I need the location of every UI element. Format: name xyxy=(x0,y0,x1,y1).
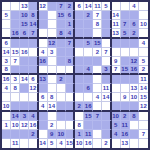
cell-r15c2[interactable] xyxy=(11,130,20,139)
cell-r9c12[interactable] xyxy=(102,75,111,84)
cell-r6c14[interactable] xyxy=(121,48,130,57)
cell-r1c16[interactable] xyxy=(139,2,148,11)
cell-r3c10[interactable] xyxy=(84,20,93,29)
cell-r16c16[interactable] xyxy=(139,139,148,148)
cell-r2c15[interactable] xyxy=(130,11,139,20)
cell-r5c5[interactable] xyxy=(39,39,48,48)
cell-r3c5[interactable] xyxy=(39,20,48,29)
cell-r15c11[interactable] xyxy=(93,130,102,139)
cell-r14c1[interactable]: 1 xyxy=(2,121,11,130)
cell-r1c14[interactable] xyxy=(121,2,130,11)
cell-r13c7[interactable] xyxy=(57,112,66,121)
cell-r5c12[interactable] xyxy=(102,39,111,48)
cell-r16c9[interactable]: 10 xyxy=(75,139,84,148)
cell-r7c16[interactable]: 5 xyxy=(139,57,148,66)
cell-r2c12[interactable] xyxy=(102,11,111,20)
cell-r9c8[interactable] xyxy=(66,75,75,84)
cell-r5c10[interactable]: 5 xyxy=(84,39,93,48)
cell-r6c4[interactable] xyxy=(29,48,38,57)
cell-r16c11[interactable] xyxy=(93,139,102,148)
cell-r12c15[interactable] xyxy=(130,102,139,111)
cell-r16c5[interactable]: 14 xyxy=(39,139,48,148)
cell-r9c2[interactable]: 3 xyxy=(11,75,20,84)
cell-r2c9[interactable] xyxy=(75,11,84,20)
cell-r4c1[interactable] xyxy=(2,29,11,38)
cell-r15c9[interactable]: 1 xyxy=(75,130,84,139)
cell-r1c3[interactable]: 13 xyxy=(20,2,29,11)
cell-r14c6[interactable]: 2 xyxy=(48,121,57,130)
cell-r6c8[interactable] xyxy=(66,48,75,57)
cell-r15c12[interactable] xyxy=(102,130,111,139)
cell-r4c2[interactable]: 16 xyxy=(11,29,20,38)
cell-r4c6[interactable] xyxy=(48,29,57,38)
cell-r13c15[interactable]: 8 xyxy=(130,112,139,121)
cell-r15c14[interactable]: 16 xyxy=(121,130,130,139)
cell-r11c8[interactable] xyxy=(66,93,75,102)
cell-r1c15[interactable]: 4 xyxy=(130,2,139,11)
cell-r8c6[interactable] xyxy=(48,66,57,75)
cell-r14c8[interactable] xyxy=(66,121,75,130)
cell-r1c8[interactable]: 2 xyxy=(66,2,75,11)
cell-r12c8[interactable] xyxy=(66,102,75,111)
cell-r16c3[interactable] xyxy=(20,139,29,148)
cell-r7c14[interactable] xyxy=(121,57,130,66)
cell-r3c8[interactable]: 1 xyxy=(66,20,75,29)
cell-r16c7[interactable]: 4 xyxy=(57,139,66,148)
cell-r11c2[interactable] xyxy=(11,93,20,102)
cell-r10c14[interactable] xyxy=(121,84,130,93)
cell-r2c4[interactable]: 8 xyxy=(29,11,38,20)
cell-r15c3[interactable] xyxy=(20,130,29,139)
cell-r12c11[interactable] xyxy=(93,102,102,111)
cell-r15c7[interactable]: 10 xyxy=(57,130,66,139)
cell-r15c13[interactable]: 4 xyxy=(112,130,121,139)
cell-r9c14[interactable] xyxy=(121,75,130,84)
cell-r11c10[interactable] xyxy=(84,93,93,102)
cell-r13c9[interactable] xyxy=(75,112,84,121)
cell-r10c8[interactable] xyxy=(66,84,75,93)
cell-r9c9[interactable] xyxy=(75,75,84,84)
cell-r16c15[interactable] xyxy=(130,139,139,148)
cell-r13c2[interactable]: 14 xyxy=(11,112,20,121)
cell-r10c9[interactable] xyxy=(75,84,84,93)
cell-r3c13[interactable]: 11 xyxy=(112,20,121,29)
cell-r10c12[interactable]: 11 xyxy=(102,84,111,93)
cell-r15c6[interactable]: 9 xyxy=(48,130,57,139)
cell-r2c3[interactable]: 10 xyxy=(20,11,29,20)
cell-r1c1[interactable] xyxy=(2,2,11,11)
cell-r10c11[interactable] xyxy=(93,84,102,93)
cell-r7c15[interactable]: 12 xyxy=(130,57,139,66)
cell-r13c4[interactable]: 4 xyxy=(29,112,38,121)
cell-r10c6[interactable] xyxy=(48,84,57,93)
cell-r11c12[interactable]: 14 xyxy=(102,93,111,102)
cell-r14c5[interactable] xyxy=(39,121,48,130)
cell-r6c9[interactable] xyxy=(75,48,84,57)
cell-r7c13[interactable]: 9 xyxy=(112,57,121,66)
cell-r11c15[interactable]: 10 xyxy=(130,93,139,102)
cell-r4c3[interactable]: 6 xyxy=(20,29,29,38)
cell-r10c7[interactable] xyxy=(57,84,66,93)
cell-r3c4[interactable]: 14 xyxy=(29,20,38,29)
cell-r9c16[interactable]: 11 xyxy=(139,75,148,84)
cell-r8c9[interactable] xyxy=(75,66,84,75)
cell-r15c1[interactable] xyxy=(2,130,11,139)
cell-r5c16[interactable]: 4 xyxy=(139,39,148,48)
cell-r13c5[interactable] xyxy=(39,112,48,121)
cell-r4c10[interactable] xyxy=(84,29,93,38)
cell-r9c11[interactable] xyxy=(93,75,102,84)
cell-r8c4[interactable] xyxy=(29,66,38,75)
cell-r11c11[interactable]: 4 xyxy=(93,93,102,102)
cell-r1c10[interactable]: 14 xyxy=(84,2,93,11)
cell-r13c6[interactable] xyxy=(48,112,57,121)
cell-r5c14[interactable] xyxy=(121,39,130,48)
cell-r8c11[interactable] xyxy=(93,66,102,75)
cell-r6c2[interactable]: 15 xyxy=(11,48,20,57)
cell-r7c3[interactable] xyxy=(20,57,29,66)
cell-r16c13[interactable] xyxy=(112,139,121,148)
cell-r2c2[interactable] xyxy=(11,11,20,20)
cell-r8c2[interactable] xyxy=(11,66,20,75)
cell-r8c16[interactable]: 2 xyxy=(139,66,148,75)
cell-r7c4[interactable] xyxy=(29,57,38,66)
cell-r4c8[interactable]: 4 xyxy=(66,29,75,38)
cell-r4c14[interactable]: 5 xyxy=(121,29,130,38)
cell-r1c12[interactable]: 5 xyxy=(102,2,111,11)
cell-r10c13[interactable] xyxy=(112,84,121,93)
cell-r9c15[interactable] xyxy=(130,75,139,84)
cell-r9c1[interactable]: 16 xyxy=(2,75,11,84)
cell-r7c11[interactable] xyxy=(93,57,102,66)
cell-r8c14[interactable]: 15 xyxy=(121,66,130,75)
cell-r11c7[interactable] xyxy=(57,93,66,102)
cell-r11c4[interactable] xyxy=(29,93,38,102)
cell-r4c15[interactable]: 2 xyxy=(130,29,139,38)
cell-r8c3[interactable] xyxy=(20,66,29,75)
cell-r13c14[interactable]: 2 xyxy=(121,112,130,121)
cell-r2c1[interactable]: 5 xyxy=(2,11,11,20)
cell-r16c14[interactable]: 13 xyxy=(121,139,130,148)
cell-r12c7[interactable] xyxy=(57,102,66,111)
cell-r9c3[interactable]: 14 xyxy=(20,75,29,84)
cell-r2c14[interactable] xyxy=(121,11,130,20)
cell-r15c16[interactable]: 7 xyxy=(139,130,148,139)
cell-r15c4[interactable]: 2 xyxy=(29,130,38,139)
cell-r5c13[interactable] xyxy=(112,39,121,48)
cell-r11c14[interactable]: 9 xyxy=(121,93,130,102)
cell-r16c1[interactable] xyxy=(2,139,11,148)
cell-r6c5[interactable]: 4 xyxy=(39,48,48,57)
cell-r1c7[interactable]: 7 xyxy=(57,2,66,11)
cell-r6c7[interactable] xyxy=(57,48,66,57)
cell-r6c1[interactable]: 14 xyxy=(2,48,11,57)
cell-r10c4[interactable]: 12 xyxy=(29,84,38,93)
cell-r9c7[interactable]: 2 xyxy=(57,75,66,84)
cell-r7c12[interactable] xyxy=(102,57,111,66)
cell-r15c8[interactable] xyxy=(66,130,75,139)
cell-r16c10[interactable]: 16 xyxy=(84,139,93,148)
cell-r14c7[interactable] xyxy=(57,121,66,130)
cell-r13c8[interactable] xyxy=(66,112,75,121)
cell-r2c7[interactable]: 15 xyxy=(57,11,66,20)
sudoku-board: 1312726141154510815627141514181176101667… xyxy=(0,0,150,150)
cell-r14c14[interactable]: 11 xyxy=(121,121,130,130)
cell-r3c15[interactable]: 6 xyxy=(130,20,139,29)
cell-r9c5[interactable]: 13 xyxy=(39,75,48,84)
cell-r6c13[interactable] xyxy=(112,48,121,57)
cell-r5c3[interactable] xyxy=(20,39,29,48)
cell-r7c5[interactable]: 16 xyxy=(39,57,48,66)
cell-r11c9[interactable] xyxy=(75,93,84,102)
cell-r6c6[interactable]: 3 xyxy=(48,48,57,57)
cell-r3c3[interactable]: 15 xyxy=(20,20,29,29)
cell-r3c6[interactable] xyxy=(48,20,57,29)
cell-r16c4[interactable] xyxy=(29,139,38,148)
cell-r14c12[interactable] xyxy=(102,121,111,130)
cell-r5c8[interactable]: 7 xyxy=(66,39,75,48)
cell-r6c11[interactable]: 2 xyxy=(93,48,102,57)
cell-r11c3[interactable] xyxy=(20,93,29,102)
cell-r1c13[interactable] xyxy=(112,2,121,11)
cell-r6c3[interactable]: 16 xyxy=(20,48,29,57)
cell-r7c10[interactable] xyxy=(84,57,93,66)
cell-r11c16[interactable]: 15 xyxy=(139,93,148,102)
cell-r4c7[interactable]: 8 xyxy=(57,29,66,38)
cell-r3c16[interactable]: 10 xyxy=(139,20,148,29)
cell-r3c7[interactable] xyxy=(57,20,66,29)
cell-r8c5[interactable] xyxy=(39,66,48,75)
cell-r2c8[interactable]: 6 xyxy=(66,11,75,20)
cell-r4c13[interactable]: 13 xyxy=(112,29,121,38)
cell-r12c14[interactable] xyxy=(121,102,130,111)
cell-r4c4[interactable]: 7 xyxy=(29,29,38,38)
cell-r10c16[interactable]: 14 xyxy=(139,84,148,93)
cell-r4c9[interactable] xyxy=(75,29,84,38)
cell-r5c4[interactable] xyxy=(29,39,38,48)
cell-r11c6[interactable]: 8 xyxy=(48,93,57,102)
cell-r12c3[interactable] xyxy=(20,102,29,111)
cell-r2c11[interactable]: 7 xyxy=(93,11,102,20)
cell-r8c13[interactable]: 7 xyxy=(112,66,121,75)
cell-r1c6[interactable] xyxy=(48,2,57,11)
cell-r16c8[interactable]: 15 xyxy=(66,139,75,148)
cell-r15c15[interactable] xyxy=(130,130,139,139)
cell-r10c2[interactable]: 8 xyxy=(11,84,20,93)
cell-r7c7[interactable] xyxy=(57,57,66,66)
cell-r1c2[interactable] xyxy=(11,2,20,11)
cell-r3c1[interactable] xyxy=(2,20,11,29)
cell-r5c2[interactable] xyxy=(11,39,20,48)
cell-r10c5[interactable] xyxy=(39,84,48,93)
cell-r14c2[interactable]: 10 xyxy=(11,121,20,130)
cell-r2c10[interactable]: 2 xyxy=(84,11,93,20)
cell-r3c12[interactable] xyxy=(102,20,111,29)
cell-r12c12[interactable] xyxy=(102,102,111,111)
cell-r6c12[interactable]: 7 xyxy=(102,48,111,57)
cell-r9c4[interactable]: 6 xyxy=(29,75,38,84)
cell-r15c5[interactable] xyxy=(39,130,48,139)
cell-r12c5[interactable]: 4 xyxy=(39,102,48,111)
cell-r5c1[interactable]: 6 xyxy=(2,39,11,48)
cell-r4c11[interactable] xyxy=(93,29,102,38)
cell-r8c8[interactable] xyxy=(66,66,75,75)
cell-r4c16[interactable] xyxy=(139,29,148,38)
cell-r4c12[interactable] xyxy=(102,29,111,38)
cell-r3c14[interactable]: 7 xyxy=(121,20,130,29)
cell-r3c2[interactable] xyxy=(11,20,20,29)
cell-r13c11[interactable]: 7 xyxy=(93,112,102,121)
cell-r2c5[interactable] xyxy=(39,11,48,20)
cell-r2c16[interactable] xyxy=(139,11,148,20)
cell-r12c16[interactable]: 12 xyxy=(139,102,148,111)
cell-r13c12[interactable] xyxy=(102,112,111,121)
cell-r1c9[interactable]: 6 xyxy=(75,2,84,11)
cell-r3c11[interactable]: 8 xyxy=(93,20,102,29)
cell-r12c9[interactable]: 2 xyxy=(75,102,84,111)
cell-r10c3[interactable] xyxy=(20,84,29,93)
cell-r1c4[interactable] xyxy=(29,2,38,11)
cell-r5c11[interactable]: 15 xyxy=(93,39,102,48)
cell-r11c1[interactable] xyxy=(2,93,11,102)
cell-r8c10[interactable]: 4 xyxy=(84,66,93,75)
cell-r5c9[interactable] xyxy=(75,39,84,48)
cell-r13c13[interactable]: 10 xyxy=(112,112,121,121)
cell-r16c2[interactable]: 11 xyxy=(11,139,20,148)
cell-r10c1[interactable]: 4 xyxy=(2,84,11,93)
cell-r8c12[interactable]: 3 xyxy=(102,66,111,75)
cell-r12c6[interactable]: 14 xyxy=(48,102,57,111)
cell-r13c10[interactable]: 15 xyxy=(84,112,93,121)
cell-r12c1[interactable]: 10 xyxy=(2,102,11,111)
cell-r14c11[interactable] xyxy=(93,121,102,130)
cell-r14c4[interactable]: 16 xyxy=(29,121,38,130)
cell-r16c6[interactable]: 5 xyxy=(48,139,57,148)
cell-r6c15[interactable] xyxy=(130,48,139,57)
cell-r7c1[interactable]: 3 xyxy=(2,57,11,66)
cell-r2c6[interactable] xyxy=(48,11,57,20)
cell-r16c12[interactable]: 2 xyxy=(102,139,111,148)
cell-r12c10[interactable]: 16 xyxy=(84,102,93,111)
cell-r13c1[interactable] xyxy=(2,112,11,121)
cell-r8c15[interactable]: 16 xyxy=(130,66,139,75)
cell-r12c13[interactable] xyxy=(112,102,121,111)
cell-r12c2[interactable] xyxy=(11,102,20,111)
cell-r1c11[interactable]: 11 xyxy=(93,2,102,11)
cell-r9c13[interactable] xyxy=(112,75,121,84)
cell-r1c5[interactable]: 12 xyxy=(39,2,48,11)
cell-r14c15[interactable] xyxy=(130,121,139,130)
cell-r14c3[interactable]: 12 xyxy=(20,121,29,130)
cell-r6c16[interactable] xyxy=(139,48,148,57)
cell-r7c8[interactable]: 8 xyxy=(66,57,75,66)
cell-r14c16[interactable] xyxy=(139,121,148,130)
cell-r4c5[interactable] xyxy=(39,29,48,38)
cell-r5c7[interactable] xyxy=(57,39,66,48)
cell-r10c15[interactable]: 13 xyxy=(130,84,139,93)
cell-r10c10[interactable]: 6 xyxy=(84,84,93,93)
cell-r6c10[interactable] xyxy=(84,48,93,57)
cell-r7c2[interactable]: 7 xyxy=(11,57,20,66)
cell-r11c5[interactable]: 6 xyxy=(39,93,48,102)
cell-r12c4[interactable] xyxy=(29,102,38,111)
cell-r8c1[interactable]: 8 xyxy=(2,66,11,75)
cell-r9c6[interactable] xyxy=(48,75,57,84)
cell-r8c7[interactable] xyxy=(57,66,66,75)
cell-r11c13[interactable] xyxy=(112,93,121,102)
cell-r13c16[interactable] xyxy=(139,112,148,121)
cell-r3c9[interactable] xyxy=(75,20,84,29)
cell-r5c6[interactable]: 12 xyxy=(48,39,57,48)
cell-r14c13[interactable]: 5 xyxy=(112,121,121,130)
cell-r14c9[interactable]: 8 xyxy=(75,121,84,130)
cell-r9c10[interactable] xyxy=(84,75,93,84)
cell-r2c13[interactable]: 14 xyxy=(112,11,121,20)
cell-r5c15[interactable] xyxy=(130,39,139,48)
cell-r7c9[interactable] xyxy=(75,57,84,66)
cell-r15c10[interactable]: 11 xyxy=(84,130,93,139)
cell-r14c10[interactable] xyxy=(84,121,93,130)
cell-r7c6[interactable] xyxy=(48,57,57,66)
cell-r13c3[interactable]: 3 xyxy=(20,112,29,121)
